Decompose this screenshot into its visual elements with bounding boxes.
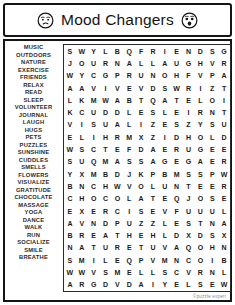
- grid-cell[interactable]: Y: [159, 279, 171, 291]
- grid-cell[interactable]: J: [183, 193, 195, 205]
- grid-cell[interactable]: R: [171, 143, 183, 155]
- grid-cell[interactable]: Q: [147, 94, 159, 106]
- grid-cell[interactable]: T: [100, 143, 112, 155]
- word-list-item: DANCE: [5, 217, 62, 225]
- grid-cell[interactable]: R: [218, 180, 230, 192]
- grid-cell[interactable]: D: [171, 230, 183, 242]
- title-box: Mood Changers: [3, 3, 232, 37]
- word-list-item: NATURE: [5, 59, 62, 67]
- grid-cell[interactable]: M: [88, 94, 100, 106]
- grid-cell[interactable]: I: [76, 119, 88, 131]
- grid-cell[interactable]: E: [64, 131, 76, 143]
- grid-cell[interactable]: U: [206, 205, 218, 217]
- grid-cell[interactable]: T: [183, 180, 195, 192]
- grid-cell[interactable]: O: [206, 94, 218, 106]
- grid-cell[interactable]: E: [171, 156, 183, 168]
- grid-cell[interactable]: E: [123, 266, 135, 278]
- grid-cell[interactable]: A: [171, 242, 183, 254]
- grid-cell[interactable]: G: [183, 57, 195, 69]
- grid-cell[interactable]: T: [135, 94, 147, 106]
- grid-cell[interactable]: C: [88, 143, 100, 155]
- grid-cell[interactable]: S: [206, 193, 218, 205]
- grid-cell[interactable]: T: [135, 242, 147, 254]
- grid-cell[interactable]: A: [218, 70, 230, 82]
- grid-cell[interactable]: J: [64, 57, 76, 69]
- grid-cell[interactable]: N: [147, 70, 159, 82]
- grid-cell[interactable]: I: [159, 131, 171, 143]
- grid-cell[interactable]: C: [64, 193, 76, 205]
- grid-cell[interactable]: D: [111, 107, 123, 119]
- grid-cell[interactable]: W: [171, 82, 183, 94]
- grid-cell[interactable]: S: [159, 82, 171, 94]
- grid-cell[interactable]: T: [218, 82, 230, 94]
- grid-cell[interactable]: E: [123, 242, 135, 254]
- grid-cell[interactable]: M: [111, 266, 123, 278]
- grid-cell[interactable]: H: [206, 242, 218, 254]
- grid-cell[interactable]: O: [194, 254, 206, 266]
- grid-cell[interactable]: L: [159, 107, 171, 119]
- grid-cell[interactable]: L: [100, 45, 112, 57]
- grid-cell[interactable]: D: [194, 45, 206, 57]
- grid-cell[interactable]: G: [183, 156, 195, 168]
- grid-cell[interactable]: A: [111, 156, 123, 168]
- grid-cell[interactable]: E: [194, 180, 206, 192]
- grid-cell[interactable]: W: [100, 94, 112, 106]
- grid-cell[interactable]: V: [159, 242, 171, 254]
- grid-cell[interactable]: N: [206, 266, 218, 278]
- grid-cell[interactable]: V: [88, 82, 100, 94]
- grid-cell[interactable]: H: [194, 57, 206, 69]
- grid-cell[interactable]: A: [111, 94, 123, 106]
- grid-cell[interactable]: V: [135, 82, 147, 94]
- grid-cell[interactable]: Q: [88, 156, 100, 168]
- grid-cell[interactable]: F: [123, 143, 135, 155]
- grid-cell[interactable]: C: [171, 266, 183, 278]
- grid-cell[interactable]: E: [111, 143, 123, 155]
- grid-cell[interactable]: N: [76, 180, 88, 192]
- grid-cell[interactable]: D: [135, 143, 147, 155]
- grid-cell[interactable]: A: [123, 57, 135, 69]
- grid-cell[interactable]: R: [194, 266, 206, 278]
- grid-cell[interactable]: V: [64, 119, 76, 131]
- grid-cell[interactable]: P: [111, 217, 123, 229]
- grid-cell[interactable]: M: [171, 168, 183, 180]
- grid-cell[interactable]: H: [123, 230, 135, 242]
- grid-cell[interactable]: M: [100, 156, 112, 168]
- word-list-item: CHOCOLATE: [5, 194, 62, 202]
- grid-cell[interactable]: U: [183, 143, 195, 155]
- grid-cell[interactable]: O: [194, 193, 206, 205]
- grid-cell[interactable]: Q: [123, 254, 135, 266]
- grid-cell[interactable]: M: [123, 131, 135, 143]
- grid-cell[interactable]: X: [218, 230, 230, 242]
- word-list-item: VOLUNTEER: [5, 104, 62, 112]
- grid-cell[interactable]: U: [76, 156, 88, 168]
- grid-cell[interactable]: A: [159, 94, 171, 106]
- grid-cell[interactable]: W: [111, 180, 123, 192]
- grid-cell[interactable]: B: [159, 168, 171, 180]
- grid-cell[interactable]: S: [64, 254, 76, 266]
- grid-cell[interactable]: S: [88, 119, 100, 131]
- grid-cell[interactable]: E: [171, 107, 183, 119]
- grid-cell[interactable]: U: [183, 205, 195, 217]
- grid-cell[interactable]: T: [218, 107, 230, 119]
- grid-cell[interactable]: O: [111, 193, 123, 205]
- grid-cell[interactable]: L: [100, 254, 112, 266]
- grid-cell[interactable]: A: [194, 156, 206, 168]
- grid-cell[interactable]: W: [218, 168, 230, 180]
- word-list-item: SLEEP: [5, 97, 62, 105]
- grid-cell[interactable]: W: [218, 279, 230, 291]
- grid-cell[interactable]: A: [135, 279, 147, 291]
- grid-cell[interactable]: Z: [147, 217, 159, 229]
- grid-cell[interactable]: L: [135, 57, 147, 69]
- grid-cell[interactable]: E: [206, 279, 218, 291]
- word-list-item: FRIENDS: [5, 74, 62, 82]
- grid-cell[interactable]: W: [76, 45, 88, 57]
- grid-cell[interactable]: A: [100, 230, 112, 242]
- grid-cell[interactable]: E: [218, 193, 230, 205]
- grid-cell[interactable]: H: [171, 70, 183, 82]
- grid-cell[interactable]: Q: [183, 242, 195, 254]
- grid-cell[interactable]: E: [123, 82, 135, 94]
- grid-cell[interactable]: E: [64, 205, 76, 217]
- grid-cell[interactable]: N: [218, 242, 230, 254]
- grid-cell[interactable]: V: [183, 266, 195, 278]
- grid-cell[interactable]: Y: [64, 168, 76, 180]
- grid-cell[interactable]: B: [111, 45, 123, 57]
- grid-cell[interactable]: L: [206, 131, 218, 143]
- grid-cell[interactable]: L: [218, 266, 230, 278]
- grid-cell[interactable]: M: [159, 254, 171, 266]
- grid-cell[interactable]: I: [88, 254, 100, 266]
- grid-cell[interactable]: I: [100, 82, 112, 94]
- grid-cell[interactable]: R: [194, 107, 206, 119]
- grid-cell[interactable]: D: [194, 230, 206, 242]
- grid-cell[interactable]: O: [159, 70, 171, 82]
- grid-cell[interactable]: Y: [76, 70, 88, 82]
- grid-cell[interactable]: E: [206, 180, 218, 192]
- grid-cell[interactable]: E: [159, 119, 171, 131]
- grid-cell[interactable]: A: [76, 82, 88, 94]
- grid-cell[interactable]: N: [171, 180, 183, 192]
- grid-cell[interactable]: Q: [123, 45, 135, 57]
- grid-cell[interactable]: S: [194, 279, 206, 291]
- grid-cell[interactable]: U: [194, 205, 206, 217]
- grid-cell[interactable]: O: [88, 193, 100, 205]
- grid-cell[interactable]: I: [159, 45, 171, 57]
- grid-cell[interactable]: F: [183, 70, 195, 82]
- grid-cell[interactable]: A: [147, 143, 159, 155]
- grid-cell[interactable]: W: [64, 70, 76, 82]
- grid-cell[interactable]: O: [194, 242, 206, 254]
- grid-cell[interactable]: I: [147, 279, 159, 291]
- grid-cell[interactable]: Q: [171, 193, 183, 205]
- grid-cell[interactable]: O: [194, 131, 206, 143]
- grid-cell[interactable]: E: [183, 94, 195, 106]
- grid-cell[interactable]: P: [206, 168, 218, 180]
- grid-cell[interactable]: Z: [206, 82, 218, 94]
- grid-cell[interactable]: E: [159, 143, 171, 155]
- grid-cell[interactable]: I: [135, 119, 147, 131]
- word-list-item: FLOWERS: [5, 172, 62, 180]
- grid-cell[interactable]: U: [171, 57, 183, 69]
- grid-cell[interactable]: L: [159, 230, 171, 242]
- grid-cell[interactable]: K: [64, 107, 76, 119]
- grid-cell[interactable]: N: [206, 107, 218, 119]
- grid-cell[interactable]: L: [147, 266, 159, 278]
- grid-cell[interactable]: Z: [135, 217, 147, 229]
- grid-cell[interactable]: N: [183, 45, 195, 57]
- grid-cell[interactable]: I: [88, 131, 100, 143]
- grid-cell[interactable]: V: [123, 180, 135, 192]
- grid-cell[interactable]: S: [135, 205, 147, 217]
- word-list-item: JOURNAL: [5, 112, 62, 120]
- grid-cell[interactable]: N: [64, 242, 76, 254]
- grid-cell[interactable]: S: [147, 107, 159, 119]
- grid-cell[interactable]: C: [76, 107, 88, 119]
- grid-cell[interactable]: K: [135, 168, 147, 180]
- grid-cell[interactable]: E: [147, 205, 159, 217]
- grid-cell[interactable]: U: [88, 57, 100, 69]
- grid-cell[interactable]: P: [147, 168, 159, 180]
- grid-cell[interactable]: L: [159, 217, 171, 229]
- grid-cell[interactable]: C: [100, 193, 112, 205]
- grid-cell[interactable]: R: [111, 242, 123, 254]
- grid-cell[interactable]: T: [147, 193, 159, 205]
- grid-cell[interactable]: I: [123, 205, 135, 217]
- grid-cell[interactable]: E: [159, 193, 171, 205]
- grid-cell[interactable]: L: [123, 119, 135, 131]
- grid-cell[interactable]: K: [76, 94, 88, 106]
- grid-cell[interactable]: L: [123, 107, 135, 119]
- grid-cell[interactable]: V: [194, 70, 206, 82]
- grid-cell[interactable]: S: [183, 217, 195, 229]
- grid-cell[interactable]: D: [100, 217, 112, 229]
- grid-cell[interactable]: Z: [183, 119, 195, 131]
- grid-cell[interactable]: S: [194, 168, 206, 180]
- grid-cell[interactable]: S: [159, 266, 171, 278]
- grid-cell[interactable]: V: [111, 82, 123, 94]
- word-list: MUSICOUTDOORSNATUREEXERCISEFRIENDSRELAXR…: [5, 44, 62, 262]
- grid-cell[interactable]: B: [64, 180, 76, 192]
- grid-cell[interactable]: V: [88, 266, 100, 278]
- grid-cell[interactable]: I: [194, 82, 206, 94]
- grid-cell[interactable]: L: [123, 193, 135, 205]
- grid-cell[interactable]: A: [76, 242, 88, 254]
- grid-cell[interactable]: R: [111, 131, 123, 143]
- grid-cell[interactable]: O: [76, 57, 88, 69]
- grid-cell[interactable]: X: [76, 205, 88, 217]
- grid-cell[interactable]: S: [206, 45, 218, 57]
- grid-cell[interactable]: H: [100, 180, 112, 192]
- grid-cell[interactable]: S: [123, 156, 135, 168]
- grid-cell[interactable]: B: [123, 94, 135, 106]
- grid-cell[interactable]: I: [206, 254, 218, 266]
- grid-cell[interactable]: H: [100, 131, 112, 143]
- grid-cell[interactable]: R: [123, 70, 135, 82]
- grid-cell[interactable]: H: [76, 193, 88, 205]
- grid-cell[interactable]: W: [64, 266, 76, 278]
- grid-cell[interactable]: X: [135, 131, 147, 143]
- grid-cell[interactable]: V: [76, 217, 88, 229]
- grid-cell[interactable]: F: [171, 205, 183, 217]
- grid-cell[interactable]: X: [183, 230, 195, 242]
- grid-cell[interactable]: U: [135, 70, 147, 82]
- grid-cell[interactable]: I: [218, 94, 230, 106]
- astonished-face-icon: [181, 12, 198, 29]
- grid-cell[interactable]: Z: [147, 119, 159, 131]
- grid-cell[interactable]: E: [206, 143, 218, 155]
- grid-cell[interactable]: A: [64, 279, 76, 291]
- grid-cell[interactable]: W: [76, 266, 88, 278]
- grid-cell[interactable]: U: [88, 107, 100, 119]
- grid-cell[interactable]: L: [183, 279, 195, 291]
- grid-cell[interactable]: L: [194, 94, 206, 106]
- grid-cell[interactable]: E: [206, 156, 218, 168]
- grid-cell[interactable]: D: [218, 131, 230, 143]
- grid-cell[interactable]: E: [88, 205, 100, 217]
- grid-cell[interactable]: S: [206, 119, 218, 131]
- grid-cell[interactable]: T: [111, 230, 123, 242]
- grid-cell[interactable]: G: [159, 156, 171, 168]
- grid-cell[interactable]: S: [135, 156, 147, 168]
- grid-cell[interactable]: S: [76, 143, 88, 155]
- grid-cell[interactable]: M: [76, 254, 88, 266]
- grid-cell[interactable]: C: [111, 205, 123, 217]
- grid-cell[interactable]: U: [218, 119, 230, 131]
- grid-cell[interactable]: I: [183, 107, 195, 119]
- grid-cell[interactable]: A: [147, 156, 159, 168]
- grid-cell[interactable]: E: [218, 143, 230, 155]
- grid-cell[interactable]: L: [135, 266, 147, 278]
- grid-cell[interactable]: G: [194, 143, 206, 155]
- word-list-item: BREATHE: [5, 254, 62, 262]
- grid-cell[interactable]: R: [100, 205, 112, 217]
- word-list-item: SUNSHINE: [5, 149, 62, 157]
- grid-cell[interactable]: B: [218, 254, 230, 266]
- grid-cell[interactable]: C: [88, 180, 100, 192]
- word-list-item: VISUALIZE: [5, 179, 62, 187]
- grid-cell[interactable]: L: [147, 180, 159, 192]
- grid-cell[interactable]: R: [100, 57, 112, 69]
- grid-cell[interactable]: J: [123, 168, 135, 180]
- word-list-item: PUZZLES: [5, 142, 62, 150]
- grid-cell[interactable]: A: [64, 217, 76, 229]
- grid-cell[interactable]: E: [135, 107, 147, 119]
- grid-cell[interactable]: S: [183, 168, 195, 180]
- grid-cell[interactable]: U: [100, 119, 112, 131]
- grid-cell[interactable]: E: [171, 45, 183, 57]
- grid-cell[interactable]: N: [88, 217, 100, 229]
- grid-cell[interactable]: D: [171, 131, 183, 143]
- grid-cell[interactable]: A: [218, 217, 230, 229]
- grid-cell[interactable]: X: [76, 168, 88, 180]
- grid-cell[interactable]: E: [171, 217, 183, 229]
- grid-cell[interactable]: E: [111, 254, 123, 266]
- grid-cell[interactable]: R: [218, 57, 230, 69]
- grid-cell[interactable]: O: [135, 180, 147, 192]
- grid-cell[interactable]: D: [111, 168, 123, 180]
- grid-cell[interactable]: H: [183, 131, 195, 143]
- grid-cell[interactable]: D: [147, 82, 159, 94]
- word-list-item: RELAX: [5, 82, 62, 90]
- grid-cell[interactable]: S: [64, 156, 76, 168]
- grid-cell[interactable]: H: [147, 230, 159, 242]
- grid-cell[interactable]: R: [76, 230, 88, 242]
- grid-cell[interactable]: P: [111, 70, 123, 82]
- grid-cell[interactable]: P: [135, 254, 147, 266]
- grid-cell[interactable]: Z: [147, 131, 159, 143]
- grid-cell[interactable]: S: [206, 230, 218, 242]
- grid-cell[interactable]: N: [111, 57, 123, 69]
- grid-cell[interactable]: E: [88, 230, 100, 242]
- grid-cell[interactable]: V: [147, 254, 159, 266]
- grid-cell[interactable]: D: [100, 279, 112, 291]
- grid-cell[interactable]: L: [218, 205, 230, 217]
- grid-cell[interactable]: N: [206, 217, 218, 229]
- grid-cell[interactable]: M: [88, 168, 100, 180]
- grid-cell[interactable]: R: [76, 279, 88, 291]
- grid-cell[interactable]: T: [88, 242, 100, 254]
- grid-cell[interactable]: W: [64, 143, 76, 155]
- word-list-item: CUDDLES: [5, 157, 62, 165]
- grid-cell[interactable]: F: [135, 45, 147, 57]
- grid-cell[interactable]: E: [171, 279, 183, 291]
- grid-cell[interactable]: U: [100, 242, 112, 254]
- grid-cell[interactable]: S: [64, 45, 76, 57]
- grid-cell[interactable]: V: [159, 205, 171, 217]
- watermark: ©puzzle expert: [193, 294, 226, 299]
- grid-cell[interactable]: R: [183, 82, 195, 94]
- grid-cell[interactable]: L: [76, 131, 88, 143]
- grid-cell[interactable]: V: [206, 57, 218, 69]
- grid-cell[interactable]: L: [64, 94, 76, 106]
- grid-cell[interactable]: Y: [194, 119, 206, 131]
- grid-cell[interactable]: A: [135, 193, 147, 205]
- grid-cell[interactable]: U: [147, 242, 159, 254]
- grid-cell[interactable]: T: [171, 94, 183, 106]
- grid-cell[interactable]: R: [218, 156, 230, 168]
- grid-cell[interactable]: G: [100, 70, 112, 82]
- grid-cell[interactable]: E: [135, 230, 147, 242]
- grid-cell[interactable]: Y: [88, 45, 100, 57]
- grid-cell[interactable]: D: [100, 107, 112, 119]
- grid-cell[interactable]: V: [111, 279, 123, 291]
- grid-cell[interactable]: C: [88, 70, 100, 82]
- grid-cell[interactable]: G: [88, 279, 100, 291]
- grid-cell[interactable]: B: [100, 168, 112, 180]
- grid-cell[interactable]: U: [123, 217, 135, 229]
- grid-cell[interactable]: S: [100, 266, 112, 278]
- grid-cell[interactable]: N: [171, 254, 183, 266]
- grid-cell[interactable]: D: [123, 279, 135, 291]
- grid-cell[interactable]: U: [159, 180, 171, 192]
- grid-cell[interactable]: B: [64, 230, 76, 242]
- grid-cell[interactable]: A: [159, 57, 171, 69]
- grid-cell[interactable]: C: [183, 254, 195, 266]
- grid-cell[interactable]: R: [147, 45, 159, 57]
- word-list-item: MASSAGE: [5, 202, 62, 210]
- grid-cell[interactable]: A: [111, 119, 123, 131]
- grid-cell[interactable]: P: [206, 70, 218, 82]
- grid-cell[interactable]: L: [147, 57, 159, 69]
- grid-cell[interactable]: T: [194, 217, 206, 229]
- grid-cell[interactable]: A: [64, 82, 76, 94]
- word-list-item: SMELLS: [5, 164, 62, 172]
- grid-cell[interactable]: S: [171, 119, 183, 131]
- grid-cell[interactable]: G: [218, 45, 230, 57]
